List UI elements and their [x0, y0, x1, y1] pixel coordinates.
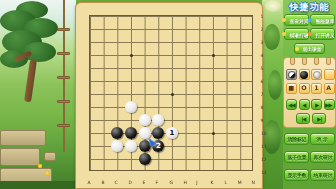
rope-rung: [57, 52, 70, 55]
end-research-button[interactable]: 结束研讨: [310, 169, 335, 181]
show-move-numbers-button[interactable]: 显示手数: [284, 169, 309, 181]
quick-button-book[interactable]: 智能题库: [310, 14, 335, 26]
row-label: 10: [261, 131, 267, 136]
white-stone-F9: [152, 114, 164, 126]
toolbox-tab[interactable]: [326, 57, 331, 65]
toolbox-tab[interactable]: [314, 57, 319, 65]
quick-button-book-icon: [308, 18, 312, 22]
column-label: C: [115, 180, 118, 185]
flower: [45, 171, 49, 175]
quick-button-book-label: 智能题库: [315, 17, 334, 23]
row-label: 2: [260, 27, 263, 32]
white-stone-D11: [125, 140, 137, 152]
rope-rung: [57, 100, 70, 103]
column-label: B: [101, 180, 104, 185]
back-button-label: ◀: [302, 101, 305, 107]
sidebar-panel: 快捷功能 退出课堂 ■O1A◀◀◀▶▶▶|◀▶| 查看对局智能题库棋谱打谱打开讲…: [283, 0, 336, 189]
square-mark-tool[interactable]: ■: [286, 83, 297, 94]
research-again-button[interactable]: 再次研讨: [310, 151, 335, 163]
quick-button-record-icon: [282, 32, 286, 36]
column-label: F: [156, 180, 159, 185]
fast-back-button[interactable]: ◀◀: [286, 99, 297, 110]
fast-forward-button-label: ▶▶: [326, 101, 333, 107]
letter-mark-tool[interactable]: A: [324, 83, 335, 94]
row-label: 7: [260, 92, 263, 97]
rope-rung: [57, 76, 70, 79]
black-stone-icon: [300, 71, 308, 79]
row-label: 1: [260, 14, 263, 19]
quick-button-document-icon: [308, 32, 312, 36]
number-mark-tool[interactable]: 1: [311, 83, 322, 94]
alternate-stone-icon: [288, 71, 296, 79]
flower: [38, 164, 42, 168]
board-grid[interactable]: ABCDEFGHJKLMN1234567891011121312: [89, 15, 253, 171]
column-label: K: [210, 180, 213, 185]
black-stone-tool[interactable]: [299, 69, 310, 80]
white-stone-C11: [111, 140, 123, 152]
demo-button-label: 演 示: [317, 136, 328, 142]
column-label: L: [224, 180, 227, 185]
black-stone-D10: [125, 127, 137, 139]
column-label: M: [238, 180, 242, 185]
circle-mark-icon: O: [301, 85, 306, 91]
white-stone-tool[interactable]: [311, 69, 322, 80]
alternate-stone-tool[interactable]: [286, 69, 297, 80]
clear-marks-button-label: 清除标记: [287, 136, 306, 142]
black-stone-C10: [111, 127, 123, 139]
row-label: 8: [260, 105, 263, 110]
black-stone-E12: [139, 153, 151, 165]
quick-button-document[interactable]: 打开讲义: [310, 28, 335, 40]
black-stone-F10: [152, 127, 164, 139]
toolbox: ■O1A◀◀◀▶▶▶|◀▶|: [283, 57, 336, 128]
column-label: H: [183, 180, 186, 185]
panel-title: 快捷功能: [283, 1, 336, 14]
to-start-button[interactable]: |◀: [296, 113, 310, 124]
rope-rung: [57, 124, 70, 127]
toolbox-tab[interactable]: [290, 57, 295, 65]
column-label: E: [142, 180, 145, 185]
move-position-button[interactable]: 落子位置: [284, 151, 309, 163]
stone-steps: [0, 128, 54, 189]
white-stone-E9: [139, 114, 151, 126]
row-label: 6: [260, 79, 263, 84]
star-point: [212, 54, 215, 57]
row-label: 3: [260, 40, 263, 45]
toolbox-tab[interactable]: [302, 57, 307, 65]
to-end-button[interactable]: ▶|: [312, 113, 326, 124]
circle-mark-tool[interactable]: O: [299, 83, 310, 94]
research-again-button-label: 再次研讨: [313, 154, 332, 160]
white-stone-G10: 1: [166, 127, 178, 139]
rope-rung: [57, 28, 70, 31]
grass: [0, 181, 76, 189]
letter-mark-icon: A: [327, 85, 332, 91]
clear-marks-button[interactable]: 清除标记: [284, 133, 309, 145]
row-label: 13: [261, 170, 267, 175]
demo-button[interactable]: 演 示: [310, 133, 335, 145]
column-label: N: [252, 180, 255, 185]
row-label: 11: [261, 144, 267, 149]
number-mark-icon: 1: [314, 85, 318, 91]
star-point: [171, 93, 174, 96]
exit-icon: [295, 47, 299, 51]
column-label: J: [197, 180, 198, 185]
quick-button-eye-icon: [282, 18, 286, 22]
column-label: D: [129, 180, 132, 185]
square-mark-icon: ■: [289, 85, 295, 91]
column-label: A: [88, 180, 91, 185]
white-stone-icon: [313, 71, 321, 79]
fast-back-button-label: ◀◀: [288, 101, 295, 107]
row-label: 5: [260, 66, 263, 71]
exit-button-label: 退出课堂: [302, 46, 321, 52]
show-move-numbers-button-label: 显示手数: [287, 172, 306, 178]
row-label: 4: [260, 53, 263, 58]
light-spot: [265, 0, 281, 12]
erase-stone-tool[interactable]: [324, 69, 335, 80]
star-point: [212, 132, 215, 135]
forward-button-label: ▶: [315, 101, 318, 107]
forward-button[interactable]: ▶: [311, 99, 322, 110]
go-board: ABCDEFGHJKLMN1234567891011121312: [75, 2, 263, 189]
go-teaching-app: ABCDEFGHJKLMN1234567891011121312 快捷功能 退出…: [0, 0, 336, 189]
column-label: G: [170, 180, 173, 185]
move-position-button-label: 落子位置: [287, 154, 306, 160]
exit-classroom-button[interactable]: 退出课堂: [294, 43, 325, 54]
quick-button-record-label: 棋谱打谱: [289, 31, 308, 37]
quick-button-eye-label: 查看对局: [289, 17, 308, 23]
row-label: 12: [261, 157, 267, 162]
quick-button-eye[interactable]: 查看对局: [284, 14, 309, 26]
row-label: 9: [260, 118, 263, 123]
end-research-button-label: 结束研讨: [313, 172, 332, 178]
quick-button-document-label: 打开讲义: [315, 31, 334, 37]
tree-trunk: [24, 60, 37, 103]
white-stone-D8: [125, 101, 137, 113]
to-start-button-label: |◀: [301, 115, 305, 121]
background-scenery-left: [0, 0, 76, 189]
back-button[interactable]: ◀: [299, 99, 310, 110]
to-end-button-label: ▶|: [317, 115, 321, 121]
quick-button-record[interactable]: 棋谱打谱: [284, 28, 309, 40]
star-point: [130, 54, 133, 57]
fast-forward-button[interactable]: ▶▶: [324, 99, 335, 110]
